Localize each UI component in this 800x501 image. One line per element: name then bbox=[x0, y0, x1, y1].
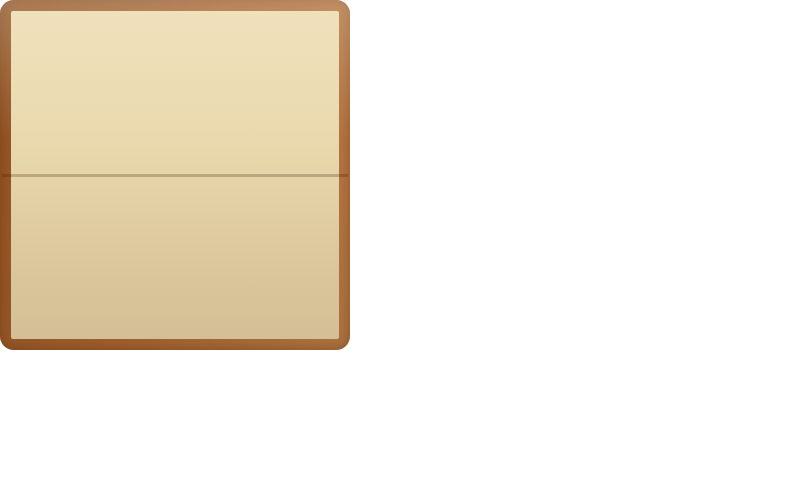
chess-set-photo bbox=[0, 0, 800, 501]
pieces-layer bbox=[0, 0, 800, 501]
